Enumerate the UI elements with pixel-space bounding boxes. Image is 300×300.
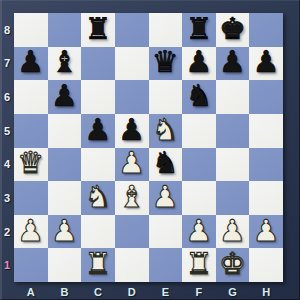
square-a6[interactable] — [14, 80, 48, 114]
square-h8[interactable] — [249, 13, 283, 47]
square-f8[interactable]: ♜ — [182, 13, 216, 47]
file-label-e: E — [149, 283, 183, 300]
square-c8[interactable]: ♜ — [81, 13, 115, 47]
square-b4[interactable] — [48, 148, 82, 182]
black-queen[interactable]: ♛ — [152, 47, 179, 77]
rank-label-6: 6 — [0, 80, 14, 114]
black-bishop[interactable]: ♝ — [51, 47, 78, 77]
file-label-f: F — [182, 283, 216, 300]
white-rook[interactable]: ♜ — [85, 249, 112, 279]
square-d7[interactable] — [115, 47, 149, 81]
square-h2[interactable]: ♟ — [249, 215, 283, 249]
square-e1[interactable] — [149, 248, 183, 282]
square-b1[interactable] — [48, 248, 82, 282]
square-f6[interactable]: ♞ — [182, 80, 216, 114]
white-knight[interactable]: ♞ — [85, 182, 112, 212]
square-a1[interactable] — [14, 248, 48, 282]
square-g5[interactable] — [216, 114, 250, 148]
square-d4[interactable]: ♟ — [115, 148, 149, 182]
file-label-d: D — [115, 283, 149, 300]
square-f3[interactable] — [182, 181, 216, 215]
square-g2[interactable]: ♟ — [216, 215, 250, 249]
square-f7[interactable]: ♟ — [182, 47, 216, 81]
rank-label-3: 3 — [0, 181, 14, 215]
square-g4[interactable] — [216, 148, 250, 182]
square-e5[interactable]: ♞ — [149, 114, 183, 148]
square-h7[interactable]: ♟ — [249, 47, 283, 81]
square-f2[interactable]: ♟ — [182, 215, 216, 249]
white-pawn[interactable]: ♟ — [219, 216, 246, 246]
white-pawn[interactable]: ♟ — [152, 182, 179, 212]
rank-label-8: 8 — [0, 13, 14, 47]
square-g1[interactable]: ♚ — [216, 248, 250, 282]
square-g3[interactable] — [216, 181, 250, 215]
white-rook[interactable]: ♜ — [185, 249, 212, 279]
black-pawn[interactable]: ♟ — [185, 47, 212, 77]
square-d2[interactable] — [115, 215, 149, 249]
square-a3[interactable] — [14, 181, 48, 215]
square-c6[interactable] — [81, 80, 115, 114]
file-labels: ABCDEFGH — [14, 283, 283, 300]
square-h1[interactable] — [249, 248, 283, 282]
square-h4[interactable] — [249, 148, 283, 182]
white-bishop[interactable]: ♝ — [118, 182, 145, 212]
square-c3[interactable]: ♞ — [81, 181, 115, 215]
file-label-c: C — [81, 283, 115, 300]
black-pawn[interactable]: ♟ — [118, 115, 145, 145]
black-pawn[interactable]: ♟ — [51, 81, 78, 111]
rank-label-7: 7 — [0, 47, 14, 81]
black-knight[interactable]: ♞ — [152, 148, 179, 178]
square-b8[interactable] — [48, 13, 82, 47]
square-b5[interactable] — [48, 114, 82, 148]
square-e3[interactable]: ♟ — [149, 181, 183, 215]
square-c5[interactable]: ♟ — [81, 114, 115, 148]
black-pawn[interactable]: ♟ — [253, 47, 280, 77]
white-queen[interactable]: ♛ — [17, 148, 44, 178]
square-c1[interactable]: ♜ — [81, 248, 115, 282]
white-pawn[interactable]: ♟ — [17, 216, 44, 246]
chess-diagram: 87654321 ♜♜♚♟♝♛♟♟♟♟♞♟♟♞♛♟♞♞♝♟♟♟♟♟♟♜♜♚ AB… — [0, 0, 300, 300]
rank-label-1: 1 — [0, 248, 14, 282]
square-g6[interactable] — [216, 80, 250, 114]
square-g8[interactable]: ♚ — [216, 13, 250, 47]
white-knight[interactable]: ♞ — [152, 115, 179, 145]
white-pawn[interactable]: ♟ — [118, 148, 145, 178]
black-rook[interactable]: ♜ — [85, 14, 112, 44]
rank-label-2: 2 — [0, 215, 14, 249]
black-rook[interactable]: ♜ — [185, 14, 212, 44]
square-c2[interactable] — [81, 215, 115, 249]
rank-label-5: 5 — [0, 114, 14, 148]
square-a7[interactable]: ♟ — [14, 47, 48, 81]
square-f4[interactable] — [182, 148, 216, 182]
black-king[interactable]: ♚ — [219, 14, 246, 44]
square-e7[interactable]: ♛ — [149, 47, 183, 81]
square-a8[interactable] — [14, 13, 48, 47]
square-c4[interactable] — [81, 148, 115, 182]
black-knight[interactable]: ♞ — [185, 81, 212, 111]
square-e4[interactable]: ♞ — [149, 148, 183, 182]
square-d1[interactable] — [115, 248, 149, 282]
square-e6[interactable] — [149, 80, 183, 114]
square-h5[interactable] — [249, 114, 283, 148]
square-e8[interactable] — [149, 13, 183, 47]
file-label-b: B — [48, 283, 82, 300]
rank-label-4: 4 — [0, 148, 14, 182]
file-label-a: A — [14, 283, 48, 300]
square-d6[interactable] — [115, 80, 149, 114]
square-b3[interactable] — [48, 181, 82, 215]
square-f1[interactable]: ♜ — [182, 248, 216, 282]
chess-board[interactable]: ♜♜♚♟♝♛♟♟♟♟♞♟♟♞♛♟♞♞♝♟♟♟♟♟♟♜♜♚ — [14, 13, 283, 282]
square-e2[interactable] — [149, 215, 183, 249]
square-d8[interactable] — [115, 13, 149, 47]
rank-labels: 87654321 — [0, 13, 14, 282]
black-pawn[interactable]: ♟ — [219, 47, 246, 77]
file-label-h: H — [249, 283, 283, 300]
square-a5[interactable] — [14, 114, 48, 148]
square-h3[interactable] — [249, 181, 283, 215]
black-pawn[interactable]: ♟ — [85, 115, 112, 145]
square-a4[interactable]: ♛ — [14, 148, 48, 182]
square-d5[interactable]: ♟ — [115, 114, 149, 148]
white-pawn[interactable]: ♟ — [253, 216, 280, 246]
white-pawn[interactable]: ♟ — [51, 216, 78, 246]
square-c7[interactable] — [81, 47, 115, 81]
black-pawn[interactable]: ♟ — [17, 47, 44, 77]
square-g7[interactable]: ♟ — [216, 47, 250, 81]
white-pawn[interactable]: ♟ — [185, 216, 212, 246]
square-b6[interactable]: ♟ — [48, 80, 82, 114]
square-a2[interactable]: ♟ — [14, 215, 48, 249]
square-d3[interactable]: ♝ — [115, 181, 149, 215]
file-label-g: G — [216, 283, 250, 300]
white-king[interactable]: ♚ — [219, 249, 246, 279]
square-f5[interactable] — [182, 114, 216, 148]
square-b7[interactable]: ♝ — [48, 47, 82, 81]
square-b2[interactable]: ♟ — [48, 215, 82, 249]
square-h6[interactable] — [249, 80, 283, 114]
